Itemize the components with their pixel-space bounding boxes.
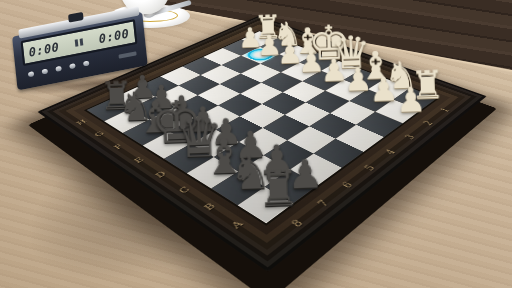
scene: ABCDEFGH 87654321 ♜♟♟♜♞♟♟♞♝♟♟♝♚♟♟♚♛♟♟♛♝♟… (0, 0, 512, 288)
clock-button[interactable] (28, 71, 34, 77)
clock-button[interactable] (83, 60, 89, 66)
chess-clock: 0:00 0:00 (11, 11, 149, 92)
piece-white-p-a2[interactable]: ♟ (395, 84, 426, 117)
piece-black-r-a8[interactable]: ♜ (255, 165, 301, 213)
chess-board[interactable]: ABCDEFGH 87654321 ♜♟♟♜♞♟♟♞♝♟♟♝♚♟♟♚♛♟♟♛♝♟… (98, 0, 427, 268)
clock-logo (118, 51, 136, 58)
clock-center-indicator (75, 38, 84, 46)
piece-white-p-b2[interactable]: ♟ (368, 74, 398, 106)
clock-right-time: 0:00 (98, 26, 130, 46)
clock-button[interactable] (55, 65, 61, 71)
clock-left-time: 0:00 (28, 39, 60, 59)
clock-button[interactable] (69, 63, 75, 69)
clock-button[interactable] (42, 68, 48, 74)
piece-white-p-c2[interactable]: ♟ (343, 64, 372, 95)
